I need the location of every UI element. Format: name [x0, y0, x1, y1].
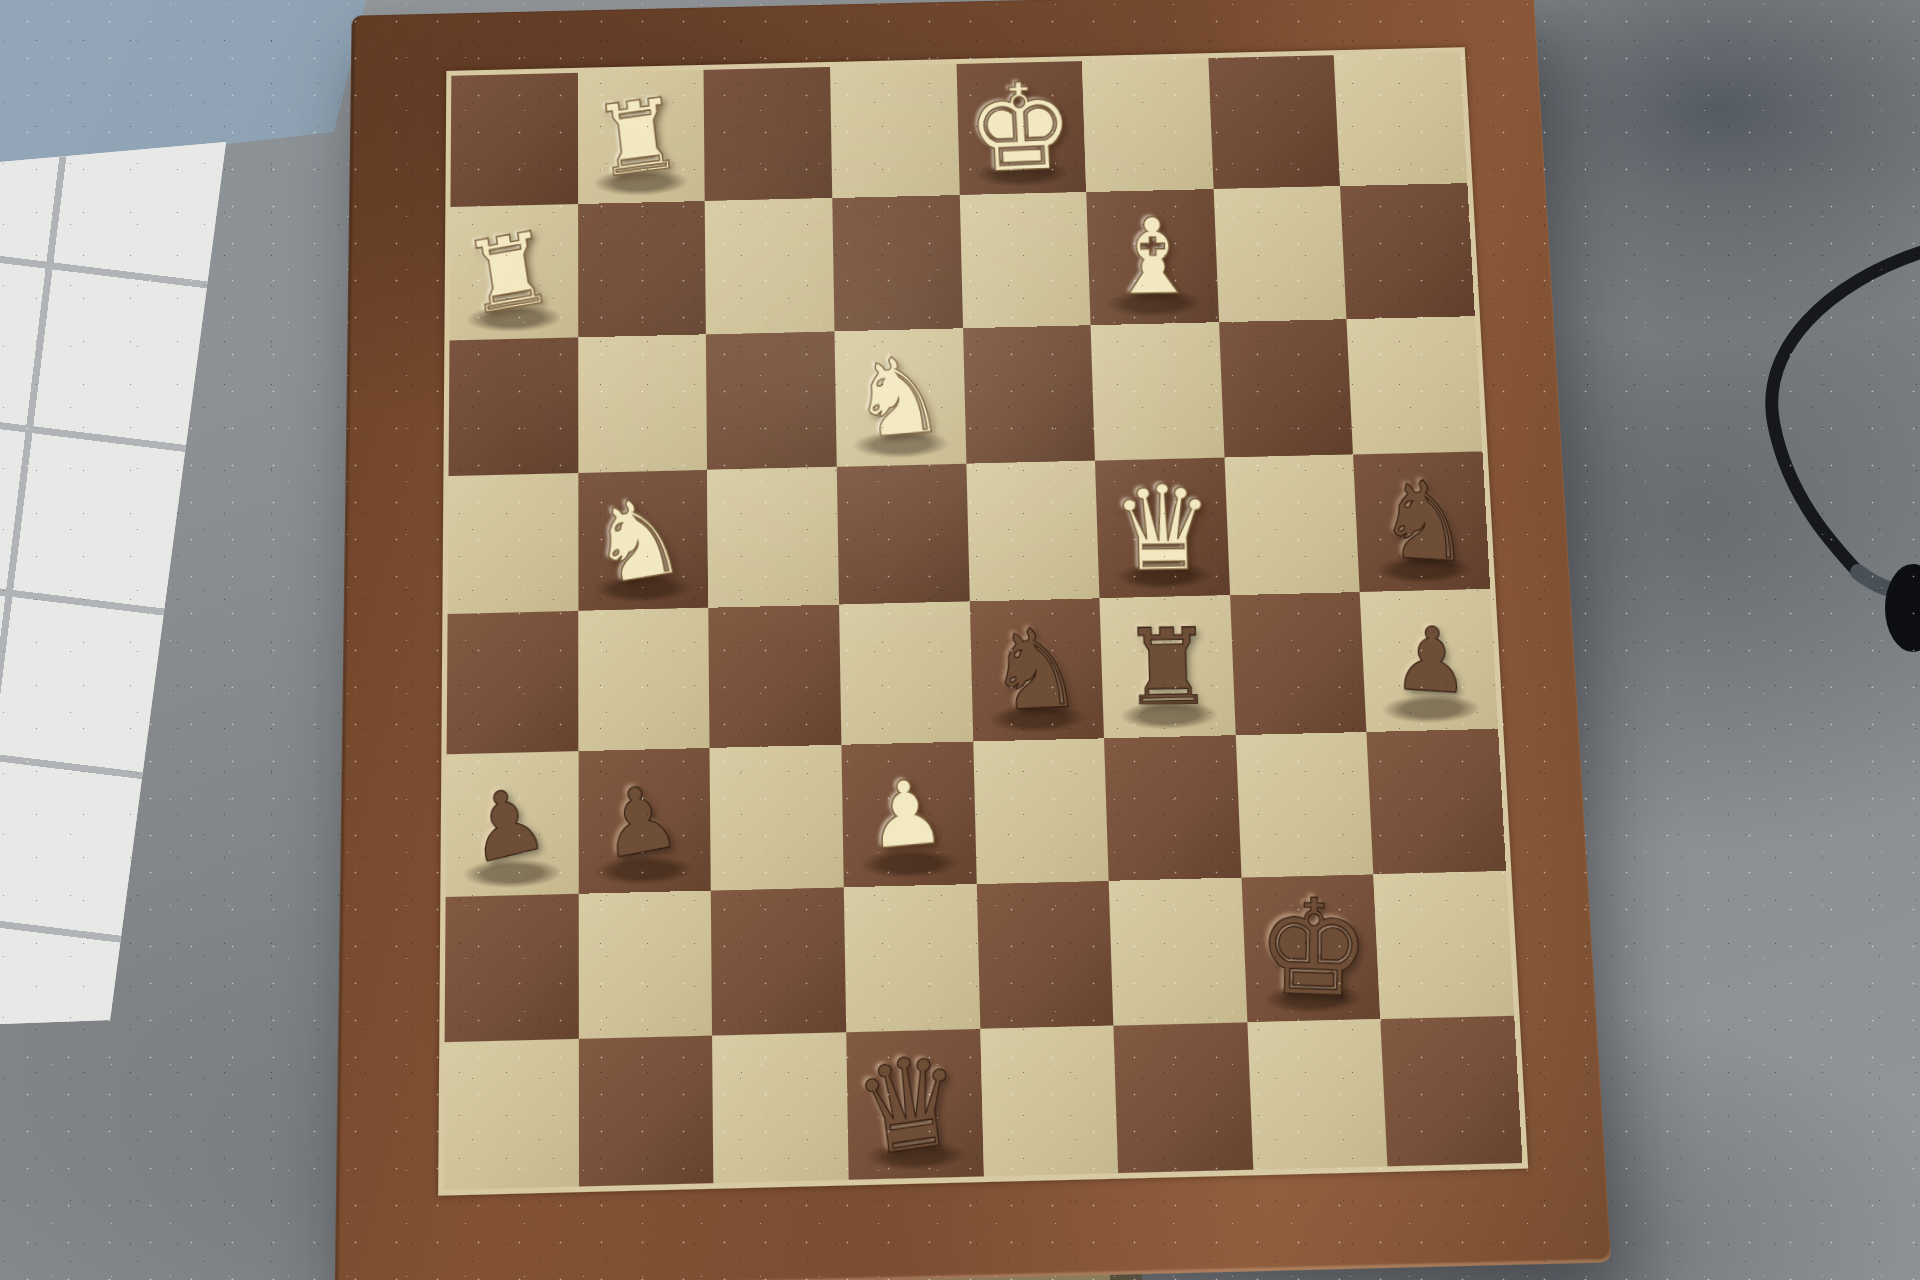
piece-black-king-g7[interactable]: ♚	[1241, 874, 1380, 1022]
white-pawn-icon: ♟	[864, 766, 949, 863]
square-g2[interactable]	[1213, 186, 1346, 322]
square-d5[interactable]	[839, 601, 973, 744]
square-c4[interactable]	[707, 467, 839, 608]
square-d2[interactable]	[832, 195, 962, 331]
white-queen-icon: ♛	[1109, 468, 1216, 587]
black-king-icon: ♚	[1255, 880, 1370, 1017]
square-h1[interactable]	[1334, 52, 1467, 186]
square-h5[interactable]: ♟	[1360, 589, 1498, 732]
square-g5[interactable]	[1230, 592, 1367, 735]
square-d8[interactable]: ♛	[846, 1029, 983, 1180]
square-f1[interactable]	[1082, 58, 1213, 192]
square-d1[interactable]	[830, 64, 959, 198]
black-knight-icon: ♞	[985, 612, 1087, 727]
power-cable-icon	[1700, 200, 1920, 680]
square-a1[interactable]	[450, 73, 577, 207]
square-b3[interactable]	[578, 334, 707, 473]
black-pawn-icon: ♟	[594, 769, 686, 873]
black-queen-icon: ♛	[848, 1034, 971, 1175]
square-f3[interactable]	[1091, 322, 1225, 460]
square-b1[interactable]: ♜	[578, 70, 705, 204]
black-pawn-icon: ♟	[1391, 614, 1471, 707]
square-c1[interactable]	[704, 67, 832, 201]
square-h6[interactable]	[1367, 729, 1506, 875]
piece-black-knight-h4[interactable]: ♞	[1353, 451, 1490, 592]
square-g1[interactable]	[1208, 55, 1340, 189]
square-f4[interactable]: ♛	[1095, 458, 1230, 599]
square-b4[interactable]: ♞	[578, 470, 709, 611]
square-e3[interactable]	[963, 325, 1096, 463]
square-c5[interactable]	[709, 605, 842, 748]
square-d6[interactable]: ♟	[841, 742, 976, 888]
black-knight-icon: ♞	[1375, 465, 1473, 579]
square-g6[interactable]	[1236, 732, 1374, 878]
white-knight-icon: ♞	[583, 479, 693, 602]
square-d4[interactable]	[837, 464, 970, 605]
white-rook-icon: ♜	[588, 83, 687, 192]
piece-white-pawn-d6[interactable]: ♟	[841, 742, 976, 888]
square-g8[interactable]	[1247, 1019, 1388, 1170]
piece-white-rook-a2[interactable]: ♜	[449, 204, 577, 340]
piece-black-pawn-b6[interactable]: ♟	[578, 748, 711, 894]
square-c3[interactable]	[706, 331, 837, 470]
piece-black-pawn-h5[interactable]: ♟	[1360, 589, 1498, 732]
piece-black-rook-f5[interactable]: ♜	[1100, 595, 1236, 738]
square-b8[interactable]	[578, 1036, 713, 1187]
piece-black-queen-d8[interactable]: ♛	[846, 1029, 983, 1180]
square-f8[interactable]	[1114, 1022, 1254, 1173]
square-g4[interactable]	[1224, 454, 1360, 595]
square-b6[interactable]: ♟	[578, 748, 711, 894]
square-c6[interactable]	[710, 745, 844, 891]
piece-black-pawn-a6[interactable]: ♟	[446, 751, 579, 897]
square-b2[interactable]	[578, 201, 706, 337]
square-c8[interactable]	[712, 1032, 848, 1183]
chess-board: ♜♚♜♝♞♞♛♞♞♜♟♟♟♟♚♛	[335, 0, 1612, 1280]
white-king-icon: ♚	[963, 66, 1077, 191]
photo-stage: ♜♚♜♝♞♞♛♞♞♜♟♟♟♟♚♛	[0, 0, 1920, 1280]
square-c2[interactable]	[705, 198, 834, 334]
white-bishop-icon: ♝	[1105, 204, 1202, 310]
square-h7[interactable]	[1374, 871, 1515, 1019]
square-d7[interactable]	[844, 884, 980, 1032]
board-grid: ♜♚♜♝♞♞♛♞♞♜♟♟♟♟♚♛	[444, 52, 1523, 1190]
square-f6[interactable]	[1104, 735, 1241, 881]
square-e1[interactable]: ♚	[956, 61, 1086, 195]
black-pawn-icon: ♟	[459, 771, 554, 878]
square-e2[interactable]	[959, 192, 1090, 328]
square-a4[interactable]	[448, 473, 579, 614]
white-knight-icon: ♞	[846, 341, 949, 455]
square-c7[interactable]	[711, 887, 846, 1035]
square-e6[interactable]	[973, 738, 1109, 884]
white-rook-icon: ♜	[457, 216, 560, 330]
square-a3[interactable]	[449, 337, 578, 476]
square-h8[interactable]	[1381, 1016, 1523, 1167]
square-h4[interactable]: ♞	[1353, 451, 1490, 592]
square-a2[interactable]: ♜	[449, 204, 577, 340]
black-rook-icon: ♜	[1121, 614, 1215, 720]
piece-white-knight-d3[interactable]: ♞	[834, 328, 966, 467]
square-e5[interactable]: ♞	[969, 598, 1104, 741]
square-a8[interactable]	[444, 1039, 579, 1190]
board-inner-edge: ♜♚♜♝♞♞♛♞♞♜♟♟♟♟♚♛	[438, 47, 1528, 1196]
board-frame: ♜♚♜♝♞♞♛♞♞♜♟♟♟♟♚♛	[335, 0, 1612, 1280]
square-h3[interactable]	[1347, 316, 1483, 454]
square-a7[interactable]	[445, 894, 579, 1042]
square-e7[interactable]	[976, 881, 1113, 1029]
square-a6[interactable]: ♟	[446, 751, 579, 897]
square-f2[interactable]: ♝	[1086, 189, 1218, 325]
square-d3[interactable]: ♞	[834, 328, 966, 467]
square-e4[interactable]	[966, 461, 1100, 602]
piece-black-knight-e5[interactable]: ♞	[969, 598, 1104, 741]
square-g3[interactable]	[1219, 319, 1354, 457]
square-b7[interactable]	[578, 891, 712, 1039]
square-f5[interactable]: ♜	[1100, 595, 1236, 738]
square-b5[interactable]	[578, 608, 710, 751]
square-f7[interactable]	[1109, 878, 1247, 1026]
piece-white-king-e1[interactable]: ♚	[956, 61, 1086, 195]
piece-white-bishop-f2[interactable]: ♝	[1086, 189, 1218, 325]
square-h2[interactable]	[1340, 183, 1474, 319]
piece-white-queen-f4[interactable]: ♛	[1095, 458, 1230, 599]
piece-white-rook-b1[interactable]: ♜	[578, 70, 705, 204]
square-a5[interactable]	[447, 611, 579, 754]
square-e8[interactable]	[980, 1026, 1118, 1177]
piece-white-knight-b4[interactable]: ♞	[578, 470, 709, 611]
square-g7[interactable]: ♚	[1241, 874, 1380, 1022]
